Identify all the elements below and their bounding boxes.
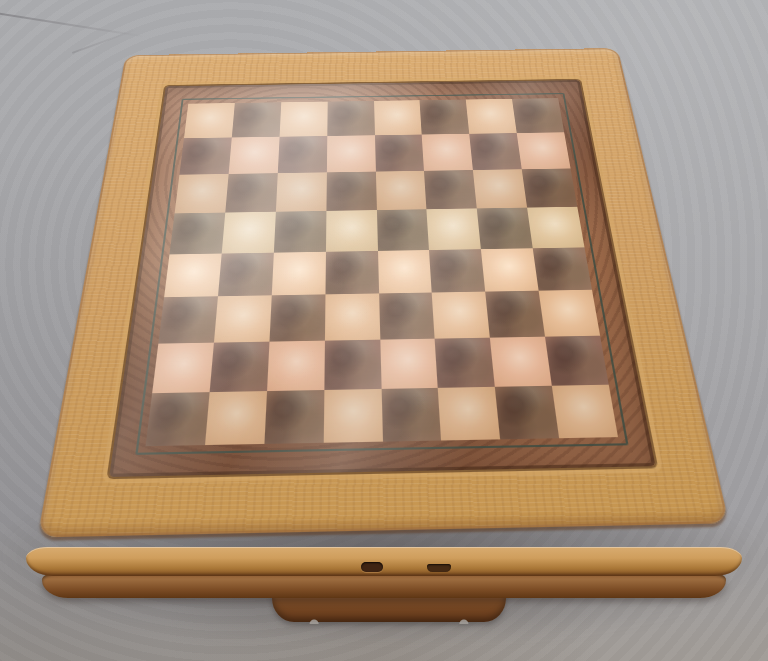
square-e7 (375, 134, 425, 171)
tabletop-edge-molding (26, 547, 742, 576)
square-f7 (422, 134, 473, 171)
square-h1 (552, 385, 618, 438)
square-f6 (424, 170, 477, 209)
square-d3 (325, 294, 380, 341)
board-recess-burl-border (109, 80, 656, 477)
square-e8 (374, 100, 422, 135)
square-e3 (379, 293, 435, 340)
square-b6 (225, 173, 277, 212)
square-f2 (435, 338, 495, 388)
square-c5 (274, 211, 326, 253)
square-b7 (229, 137, 280, 174)
square-e5 (376, 209, 429, 251)
square-d8 (327, 101, 375, 136)
square-b3 (214, 296, 272, 343)
square-g8 (466, 99, 517, 134)
square-b8 (232, 102, 281, 137)
chessboard (146, 98, 619, 446)
square-f4 (429, 249, 485, 293)
square-f3 (432, 292, 490, 339)
square-g5 (477, 207, 533, 248)
square-b2 (209, 342, 269, 392)
square-c2 (267, 341, 325, 391)
square-h3 (539, 290, 600, 337)
latch-notch (427, 564, 451, 572)
square-a2 (152, 343, 214, 393)
square-g2 (490, 337, 552, 387)
square-h5 (527, 206, 584, 247)
square-g4 (481, 248, 539, 292)
square-c6 (276, 172, 327, 211)
square-b4 (218, 252, 274, 296)
square-h2 (545, 336, 609, 386)
square-f1 (438, 387, 500, 441)
square-e1 (381, 388, 441, 442)
square-a6 (175, 174, 229, 213)
square-h7 (517, 132, 571, 169)
photo-scene (0, 0, 768, 661)
chess-table-top (37, 48, 729, 537)
square-g6 (473, 169, 527, 208)
square-c8 (279, 102, 327, 137)
square-c3 (269, 295, 325, 342)
keyhole-icon (361, 562, 383, 572)
square-d6 (326, 171, 376, 210)
square-d5 (326, 210, 378, 252)
square-b5 (222, 211, 276, 253)
square-a5 (170, 212, 226, 254)
square-g7 (469, 133, 521, 170)
square-e2 (380, 339, 438, 389)
square-a1 (146, 392, 210, 446)
square-e4 (378, 250, 433, 294)
square-h4 (533, 247, 592, 291)
square-a8 (184, 103, 235, 138)
square-c1 (264, 390, 324, 444)
square-a7 (179, 137, 231, 174)
square-d4 (325, 251, 379, 295)
square-f5 (427, 208, 481, 249)
square-h8 (512, 98, 564, 133)
square-g3 (485, 291, 545, 338)
square-a4 (164, 253, 222, 297)
square-c4 (271, 251, 325, 295)
square-h6 (522, 168, 577, 207)
square-d2 (324, 340, 381, 390)
square-d1 (323, 389, 382, 443)
square-f8 (420, 100, 470, 135)
square-a3 (158, 297, 218, 344)
square-g1 (495, 386, 559, 440)
square-c7 (278, 136, 327, 173)
square-e6 (375, 171, 426, 210)
square-b1 (205, 391, 267, 445)
square-d7 (327, 135, 376, 172)
